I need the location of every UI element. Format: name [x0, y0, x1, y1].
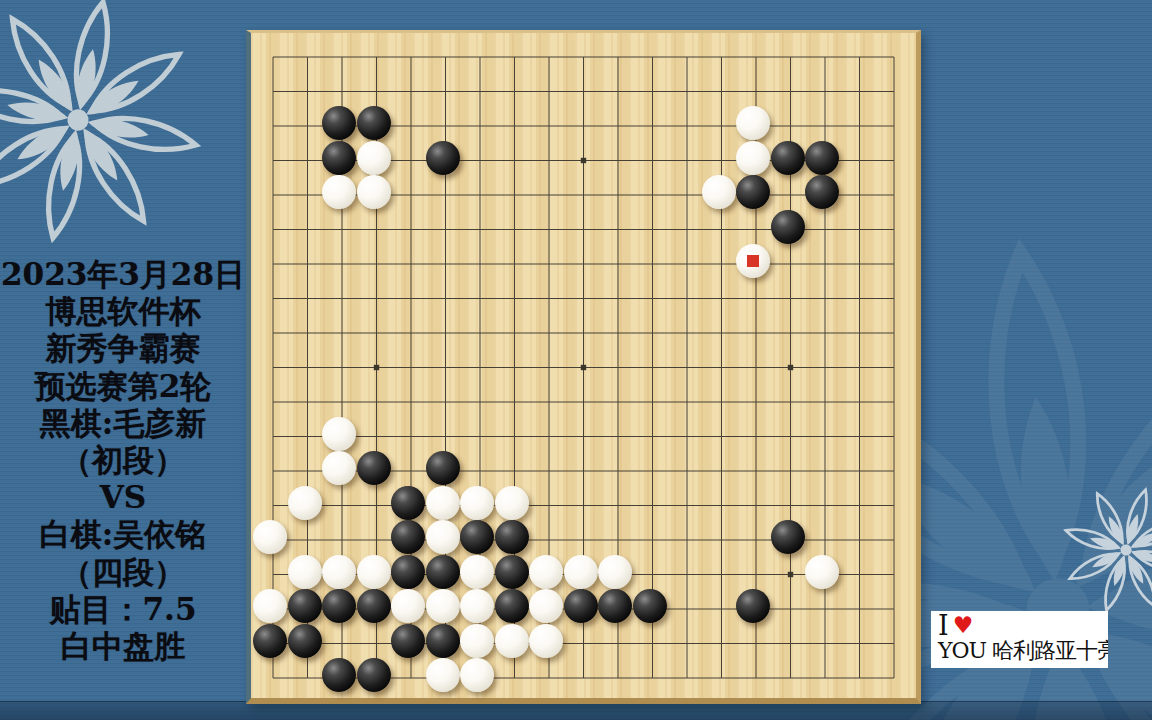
- watermark-line1: I♥: [938, 612, 1108, 639]
- stone-white: [288, 486, 322, 520]
- stone-white: [391, 589, 425, 623]
- stone-white: [598, 555, 632, 589]
- stone-white: [288, 555, 322, 589]
- stone-black: [495, 589, 529, 623]
- stone-white: [322, 451, 356, 485]
- stone-black: [495, 555, 529, 589]
- stone-white: [253, 589, 287, 623]
- stone-black: [771, 141, 805, 175]
- go-board[interactable]: [246, 30, 921, 704]
- watermark: I♥ YOU 哈利路亚十亮: [931, 611, 1108, 668]
- stone-black: [736, 175, 770, 209]
- stone-white: [253, 520, 287, 554]
- last-move-marker: [747, 255, 759, 267]
- white-player: 白棋:吴依铭: [0, 516, 246, 553]
- stone-black: [805, 175, 839, 209]
- stone-white: [357, 175, 391, 209]
- stone-white: [736, 141, 770, 175]
- game-date: 2023年3月28日: [0, 256, 246, 293]
- stone-white: [529, 555, 563, 589]
- stone-white: [322, 175, 356, 209]
- stone-white: [426, 486, 460, 520]
- stone-white: [426, 520, 460, 554]
- stone-black: [633, 589, 667, 623]
- stone-black: [288, 589, 322, 623]
- star-point: [581, 365, 586, 370]
- stone-black: [322, 106, 356, 140]
- stone-black: [391, 624, 425, 658]
- stone-black: [495, 520, 529, 554]
- watermark-i-text: I: [938, 611, 949, 641]
- komi-label: 贴目：7.5: [0, 591, 246, 628]
- heart-icon: ♥: [953, 612, 974, 638]
- star-point: [374, 365, 379, 370]
- stone-black: [357, 106, 391, 140]
- result-label: 白中盘胜: [0, 628, 246, 665]
- stone-black: [391, 555, 425, 589]
- screenshot-root: 2023年3月28日 博思软件杯 新秀争霸赛 预选赛第2轮 黑棋:毛彦新 （初段…: [0, 0, 1152, 720]
- stone-white: [426, 658, 460, 692]
- stone-black: [357, 658, 391, 692]
- black-rank: （初段）: [0, 442, 246, 479]
- stone-black: [288, 624, 322, 658]
- black-player: 黑棋:毛彦新: [0, 405, 246, 442]
- stone-white: [529, 589, 563, 623]
- stone-black: [322, 141, 356, 175]
- stone-black: [322, 589, 356, 623]
- game-info-panel: 2023年3月28日 博思软件杯 新秀争霸赛 预选赛第2轮 黑棋:毛彦新 （初段…: [0, 256, 246, 665]
- stone-white: [322, 417, 356, 451]
- stone-black: [771, 520, 805, 554]
- stone-black: [564, 589, 598, 623]
- stone-black: [460, 520, 494, 554]
- white-rank: （四段）: [0, 554, 246, 591]
- stone-black: [253, 624, 287, 658]
- tournament-name-2: 新秀争霸赛: [0, 330, 246, 367]
- stone-black: [736, 589, 770, 623]
- watermark-line2: YOU 哈利路亚十亮: [938, 640, 1108, 662]
- stone-white: [322, 555, 356, 589]
- stone-white: [495, 486, 529, 520]
- stone-white: [357, 555, 391, 589]
- stone-white: [460, 589, 494, 623]
- stone-white: [736, 106, 770, 140]
- vs-label: VS: [0, 479, 246, 516]
- stone-white: [702, 175, 736, 209]
- tournament-name: 博思软件杯: [0, 293, 246, 330]
- stone-black: [426, 555, 460, 589]
- stone-black: [805, 141, 839, 175]
- round-label: 预选赛第2轮: [0, 368, 246, 405]
- stone-white: [805, 555, 839, 589]
- stone-black: [391, 486, 425, 520]
- stone-white: [357, 141, 391, 175]
- stone-white: [460, 486, 494, 520]
- stone-black: [771, 210, 805, 244]
- stone-black: [426, 624, 460, 658]
- flower-top-left-icon: [0, 0, 221, 263]
- stone-white: [495, 624, 529, 658]
- stone-black: [322, 658, 356, 692]
- stone-black: [357, 589, 391, 623]
- stone-white: [564, 555, 598, 589]
- stone-black: [426, 141, 460, 175]
- star-point: [788, 572, 793, 577]
- stone-white: [426, 589, 460, 623]
- star-point: [581, 158, 586, 163]
- stone-black: [357, 451, 391, 485]
- stone-white: [460, 555, 494, 589]
- stone-white: [460, 658, 494, 692]
- stone-black: [598, 589, 632, 623]
- stone-black: [426, 451, 460, 485]
- stone-white: [529, 624, 563, 658]
- star-point: [788, 365, 793, 370]
- stone-black: [391, 520, 425, 554]
- stone-white: [460, 624, 494, 658]
